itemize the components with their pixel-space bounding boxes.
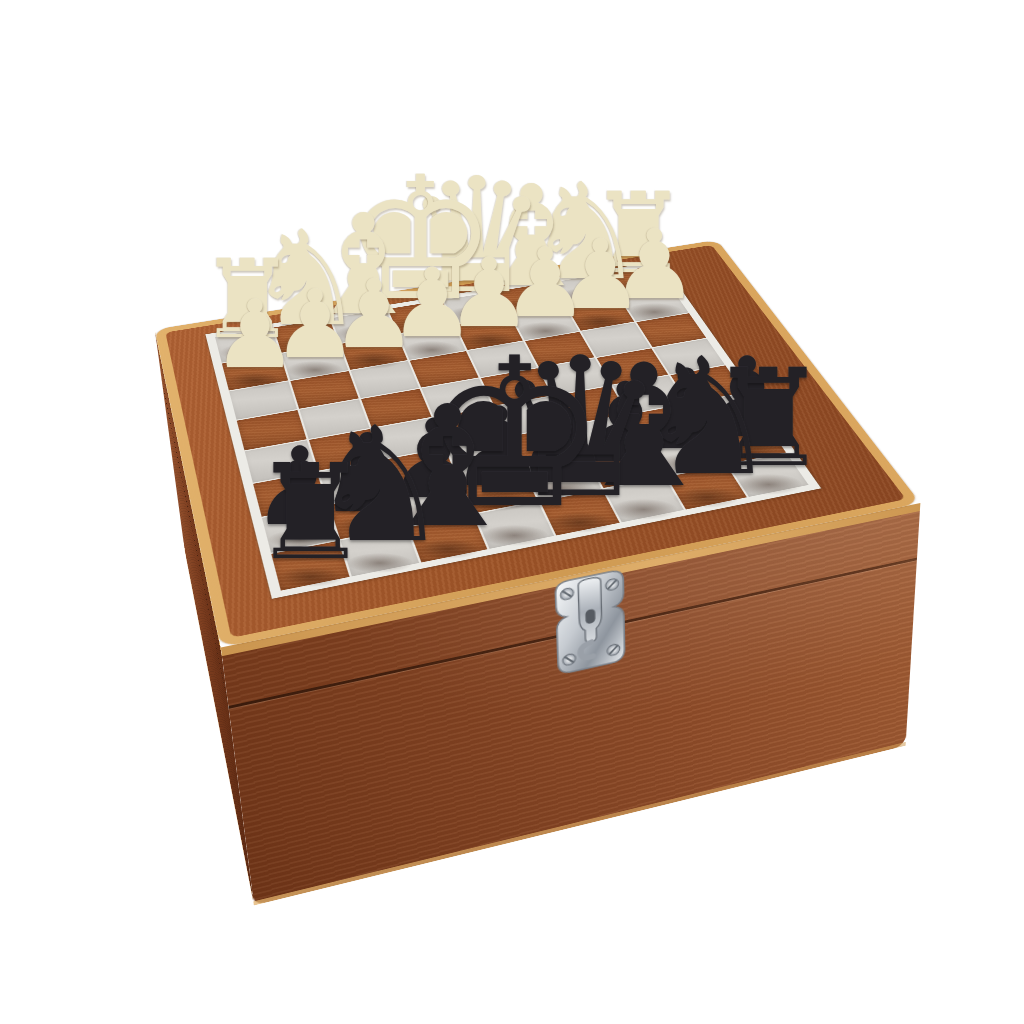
board-square-f6 xyxy=(384,449,458,492)
board-square-b7 xyxy=(648,434,726,476)
board-square-h8 xyxy=(271,541,349,591)
board-square-a8 xyxy=(728,454,808,497)
board-square-b8 xyxy=(667,465,747,509)
board-square-e8 xyxy=(475,502,554,549)
board-square-c8 xyxy=(604,477,684,522)
board-square-d6 xyxy=(509,426,584,467)
board-square-e5 xyxy=(434,407,507,447)
board-square-f8 xyxy=(408,515,487,563)
board-square-c7 xyxy=(587,445,664,488)
board-square-c6 xyxy=(570,415,645,456)
board-square-g6 xyxy=(319,460,393,504)
board-square-h6 xyxy=(253,472,327,517)
latch-icon xyxy=(546,565,633,682)
board-square-f7 xyxy=(396,481,473,526)
board-square-e6 xyxy=(447,437,522,479)
board-square-a7 xyxy=(708,423,786,464)
product-photo-stage: ♜♞♝♛♚♝♞♜♟♟♟♟♟♟♟♟♟♟♟♟♟♟♟♟♜♞♝♛♚♝♞♜ xyxy=(0,0,1024,1024)
board-square-f5 xyxy=(372,418,444,459)
scene xyxy=(0,0,1024,1024)
board-square-h4 xyxy=(237,410,307,450)
board-square-d7 xyxy=(524,457,601,501)
chess-box xyxy=(155,240,920,648)
front-bottom-edge xyxy=(253,742,905,906)
board-square-e7 xyxy=(461,469,538,513)
board-square-g7 xyxy=(329,493,405,539)
board-grid xyxy=(215,266,809,591)
board-square-g8 xyxy=(341,528,420,577)
board-square-d8 xyxy=(540,490,620,536)
board-square-h5 xyxy=(245,440,317,482)
board-square-g5 xyxy=(309,429,381,471)
board-square-h7 xyxy=(262,506,338,553)
